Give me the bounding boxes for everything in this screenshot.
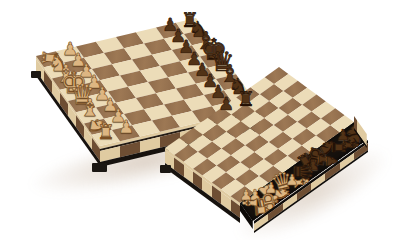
- light-pawn-a2[interactable]: ♟: [118, 118, 134, 136]
- product-photo-chess-box-set: ♜♞♝♛♚♝♞♜♟♟♟♟♟♟♟♟♟♟♟♟♟♟♟♟♜♞♝♛♚♝♞♜♝♟♚♟♞♛♟♜…: [0, 0, 400, 240]
- dark-pawn-a7[interactable]: ♟: [218, 95, 234, 113]
- light-rook-a1[interactable]: ♜: [97, 122, 115, 142]
- box-foot: [160, 165, 171, 173]
- box-foot: [31, 71, 41, 78]
- dark-rook-a8[interactable]: ♜: [237, 88, 255, 108]
- box-foot: [92, 163, 107, 172]
